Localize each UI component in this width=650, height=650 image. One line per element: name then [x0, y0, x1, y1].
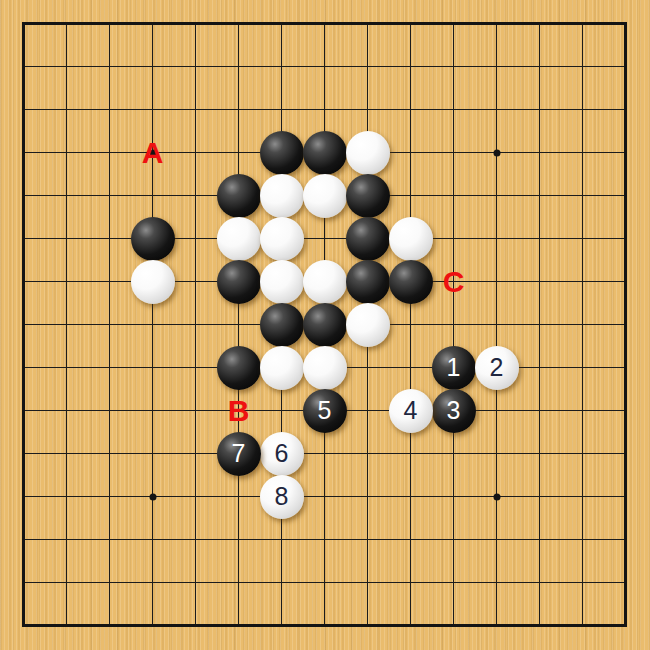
star-point — [149, 493, 156, 500]
go-stone-white-move-6: 6 — [260, 432, 304, 476]
go-stone-white — [303, 260, 347, 304]
go-stone-white — [389, 217, 433, 261]
go-stone-white — [260, 217, 304, 261]
go-stone-black — [217, 260, 261, 304]
go-stone-white-move-2: 2 — [475, 346, 519, 390]
go-stone-black-move-1: 1 — [432, 346, 476, 390]
go-stone-black — [260, 303, 304, 347]
go-stone-black — [131, 217, 175, 261]
go-stone-white — [217, 217, 261, 261]
go-stone-black — [217, 346, 261, 390]
go-stone-white — [303, 346, 347, 390]
go-stone-black — [389, 260, 433, 304]
go-stone-white — [346, 303, 390, 347]
go-stone-black-move-3: 3 — [432, 389, 476, 433]
go-stone-white — [260, 260, 304, 304]
go-stone-white — [346, 131, 390, 175]
go-stone-black — [217, 174, 261, 218]
go-stone-white — [260, 174, 304, 218]
go-stone-black — [346, 260, 390, 304]
go-stone-black-move-7: 7 — [217, 432, 261, 476]
go-stone-white — [303, 174, 347, 218]
go-stone-white-move-4: 4 — [389, 389, 433, 433]
go-stone-black — [346, 174, 390, 218]
board-label-b: B — [228, 396, 250, 426]
go-stone-white-move-8: 8 — [260, 475, 304, 519]
board-label-c: C — [443, 267, 465, 297]
star-point — [493, 149, 500, 156]
go-board-screenshot: 12345678ABC — [0, 0, 650, 650]
go-stone-black — [346, 217, 390, 261]
go-stone-black — [260, 131, 304, 175]
star-point — [493, 493, 500, 500]
go-stone-black — [303, 131, 347, 175]
go-stone-black — [303, 303, 347, 347]
board-label-a: A — [142, 138, 164, 168]
go-stone-white — [131, 260, 175, 304]
go-stone-black-move-5: 5 — [303, 389, 347, 433]
go-board[interactable]: 12345678ABC — [0, 0, 650, 650]
go-stone-white — [260, 346, 304, 390]
